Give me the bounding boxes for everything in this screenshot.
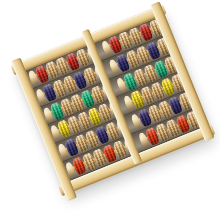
photo-canvas [0, 0, 220, 220]
foot-massager [13, 5, 214, 195]
